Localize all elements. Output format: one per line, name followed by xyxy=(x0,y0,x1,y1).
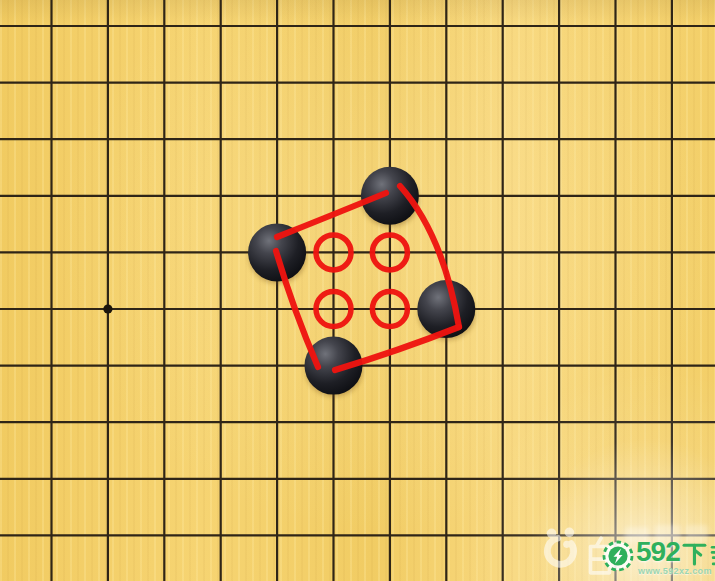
star-points xyxy=(103,304,112,313)
star-point xyxy=(103,304,112,313)
watermark-url: www.592xz.com xyxy=(638,566,712,576)
download-watermark: 592 xyxy=(600,537,715,579)
lightning-badge-icon xyxy=(600,538,636,574)
annotation-circles xyxy=(316,235,407,327)
go-board[interactable] xyxy=(0,0,715,581)
cn-text-xiazai xyxy=(682,540,715,567)
watermark-title: 592 xyxy=(636,537,715,567)
watermark-number: 592 xyxy=(636,537,680,567)
grid-lines xyxy=(0,0,715,581)
go-board-screenshot: 592 xyxy=(0,0,715,581)
